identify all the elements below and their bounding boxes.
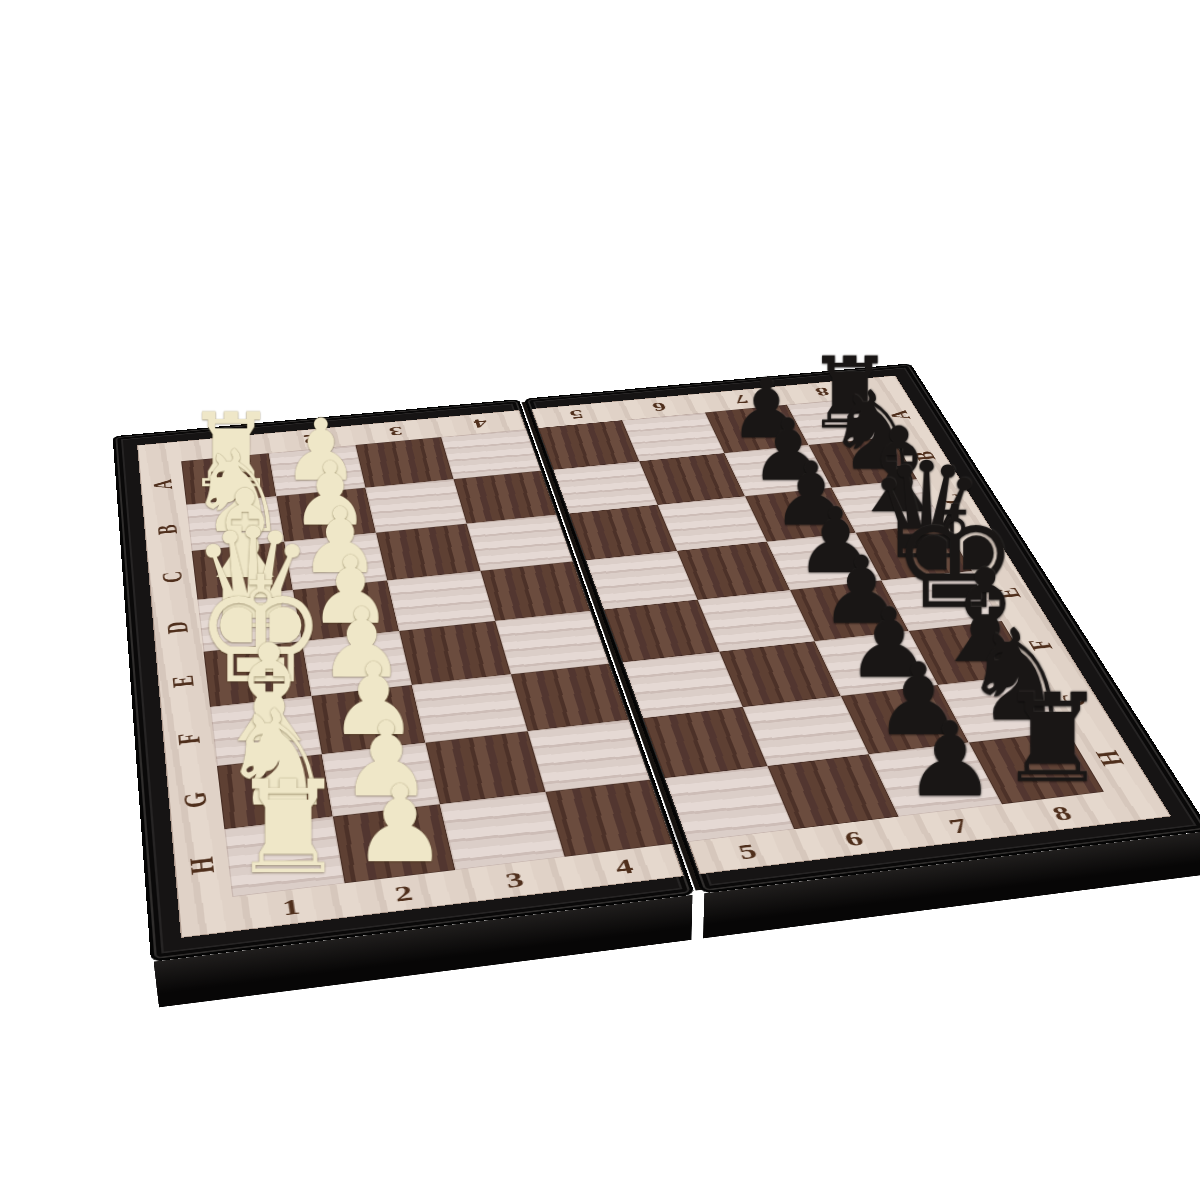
photo-background: 1234A♜♟B♞♟C♝♟D♛♟E♚♟F♝♟G♞♟H♜♟12345678♟♜A♟… — [0, 0, 1200, 1200]
square-e7: ♟ — [790, 580, 909, 641]
square-d4 — [481, 562, 591, 622]
square-f6 — [719, 641, 840, 707]
border-corner — [137, 441, 181, 465]
square-c4 — [467, 515, 573, 571]
square-e4 — [495, 611, 609, 674]
square-h4 — [546, 780, 673, 857]
square-b2: ♟ — [276, 488, 376, 542]
square-b3 — [365, 479, 466, 532]
rank-label: 7 — [899, 804, 1019, 848]
square-h2: ♟ — [333, 804, 456, 883]
rank-label: 6 — [794, 817, 914, 861]
piece-white-pawn: ♟ — [283, 410, 360, 491]
rank-label: 8 — [1002, 792, 1122, 835]
rank-label: 8 — [777, 379, 868, 405]
square-c1: ♝ — [192, 542, 293, 600]
piece-white-pawn: ♟ — [329, 653, 418, 748]
chess-board: 1234A♜♟B♞♟C♝♟D♛♟E♚♟F♝♟G♞♟H♜♟12345678♟♜A♟… — [113, 363, 1200, 962]
square-g4 — [528, 720, 650, 792]
square-f2: ♟ — [312, 685, 426, 754]
square-d6 — [677, 542, 790, 600]
file-label: H — [1051, 738, 1168, 779]
board-tilt: 1234A♜♟B♞♟C♝♟D♛♟E♚♟F♝♟G♞♟H♜♟12345678♟♜A♟… — [113, 363, 1200, 962]
border-corner — [178, 897, 236, 938]
rank-label: 5 — [688, 829, 807, 874]
